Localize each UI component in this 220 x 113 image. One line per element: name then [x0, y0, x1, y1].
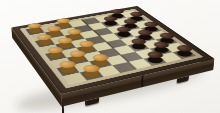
photo-background [0, 0, 220, 113]
board-foot [85, 98, 99, 106]
board-foot [177, 76, 189, 84]
board-square[interactable] [113, 31, 134, 39]
checkers-board [11, 6, 214, 94]
box-fold-seam [141, 75, 143, 87]
